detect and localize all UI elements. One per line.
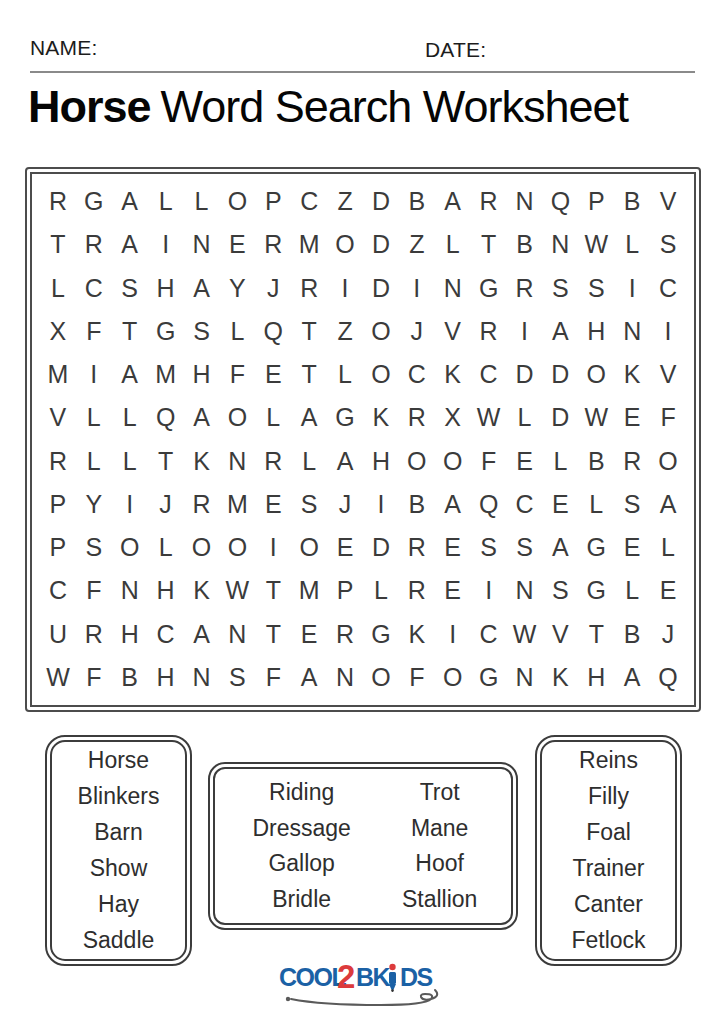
name-date-fill-line[interactable] — [30, 71, 695, 73]
grid-cell[interactable]: O — [219, 526, 255, 569]
grid-cell[interactable]: C — [471, 353, 507, 396]
grid-cell[interactable]: S — [507, 526, 543, 569]
grid-cell[interactable]: A — [112, 353, 148, 396]
grid-cell[interactable]: R — [291, 267, 327, 310]
grid-cell[interactable]: W — [40, 656, 76, 699]
grid-cell[interactable]: G — [148, 310, 184, 353]
grid-cell[interactable]: Y — [219, 267, 255, 310]
word-list-middle: RidingTrotDressageManeGallopHoofBridleSt… — [213, 767, 513, 925]
grid-cell[interactable]: A — [542, 310, 578, 353]
grid-cell[interactable]: Q — [650, 656, 686, 699]
grid-cell[interactable]: N — [507, 656, 543, 699]
grid-cell[interactable]: L — [112, 396, 148, 439]
grid-cell[interactable]: T — [40, 223, 76, 266]
grid-cell[interactable]: Q — [471, 483, 507, 526]
grid-cell[interactable]: V — [542, 613, 578, 656]
grid-cell[interactable]: L — [327, 353, 363, 396]
grid-cell[interactable]: O — [184, 526, 220, 569]
grid-cell[interactable]: P — [40, 483, 76, 526]
grid-cell[interactable]: O — [219, 180, 255, 223]
grid-cell[interactable]: B — [112, 656, 148, 699]
grid-cell[interactable]: O — [327, 223, 363, 266]
grid-cell[interactable]: S — [184, 310, 220, 353]
grid-cell[interactable]: E — [327, 526, 363, 569]
grid-cell[interactable]: L — [112, 440, 148, 483]
word-list-item: Barn — [94, 819, 143, 846]
grid-cell[interactable]: L — [614, 223, 650, 266]
grid-cell[interactable]: T — [291, 353, 327, 396]
grid-cell[interactable]: I — [363, 483, 399, 526]
grid-cell[interactable]: A — [650, 483, 686, 526]
grid-cell[interactable]: E — [255, 353, 291, 396]
grid-cell[interactable]: L — [650, 526, 686, 569]
grid-cell[interactable]: N — [219, 613, 255, 656]
grid-cell[interactable]: N — [614, 310, 650, 353]
grid-cell[interactable]: F — [76, 656, 112, 699]
grid-cell[interactable]: R — [255, 440, 291, 483]
word-list-item: Mane — [411, 815, 469, 842]
grid-cell[interactable]: T — [255, 569, 291, 612]
grid-cell[interactable]: I — [471, 569, 507, 612]
grid-cell[interactable]: E — [435, 569, 471, 612]
grid-cell[interactable]: J — [255, 267, 291, 310]
grid-cell[interactable]: C — [76, 267, 112, 310]
grid-cell[interactable]: B — [614, 613, 650, 656]
word-list-item: Gallop — [268, 850, 334, 877]
grid-cell[interactable]: B — [507, 223, 543, 266]
grid-cell[interactable]: L — [291, 440, 327, 483]
word-list-left-box: HorseBlinkersBarnShowHaySaddle — [45, 735, 192, 966]
word-list-item: Horse — [88, 747, 149, 774]
grid-cell[interactable]: O — [435, 440, 471, 483]
grid-cell[interactable]: A — [184, 267, 220, 310]
grid-cell[interactable]: H — [148, 569, 184, 612]
word-list-right: ReinsFillyFoalTrainerCanterFetlock — [540, 740, 677, 961]
word-list-left: HorseBlinkersBarnShowHaySaddle — [50, 740, 187, 961]
grid-cell[interactable]: F — [76, 569, 112, 612]
grid-cell[interactable]: W — [578, 396, 614, 439]
grid-cell[interactable]: R — [40, 180, 76, 223]
grid-cell[interactable]: S — [112, 267, 148, 310]
grid-cell[interactable]: W — [471, 396, 507, 439]
grid-cell[interactable]: S — [614, 483, 650, 526]
grid-cell[interactable]: A — [542, 526, 578, 569]
grid-cell[interactable]: Z — [327, 310, 363, 353]
grid-cell[interactable]: N — [184, 656, 220, 699]
grid-cell[interactable]: Z — [327, 180, 363, 223]
grid-cell[interactable]: I — [112, 483, 148, 526]
grid-cell[interactable]: R — [399, 526, 435, 569]
grid-cell[interactable]: F — [471, 440, 507, 483]
worksheet-page: NAME: DATE: HorseWord Search Worksheet R… — [0, 0, 724, 1024]
grid-cell[interactable]: K — [542, 656, 578, 699]
grid-cell[interactable]: D — [542, 396, 578, 439]
grid-cell[interactable]: S — [578, 267, 614, 310]
grid-cell[interactable]: N — [112, 569, 148, 612]
grid-cell[interactable]: G — [327, 396, 363, 439]
word-list-item: Fetlock — [571, 927, 645, 954]
grid-cell[interactable]: H — [112, 613, 148, 656]
grid-cell[interactable]: A — [112, 223, 148, 266]
cool2bkids-logo: COOL 2 BK DS — [277, 956, 447, 1016]
grid-cell[interactable]: T — [255, 613, 291, 656]
word-list-item: Stallion — [402, 886, 477, 913]
grid-cell[interactable]: R — [327, 613, 363, 656]
word-list-item: Bridle — [272, 886, 331, 913]
grid-cell[interactable]: W — [578, 223, 614, 266]
grid-cell[interactable]: G — [471, 267, 507, 310]
grid-cell[interactable]: B — [399, 483, 435, 526]
grid-cell[interactable]: R — [507, 267, 543, 310]
word-list-item: Dressage — [252, 815, 350, 842]
grid-cell[interactable]: H — [184, 353, 220, 396]
grid-cell[interactable]: O — [363, 353, 399, 396]
grid-cell[interactable]: R — [76, 613, 112, 656]
grid-cell[interactable]: E — [542, 483, 578, 526]
grid-cell[interactable]: L — [507, 396, 543, 439]
grid-cell[interactable]: M — [291, 223, 327, 266]
word-list-item: Hay — [98, 891, 139, 918]
grid-cell[interactable]: G — [578, 569, 614, 612]
grid-cell[interactable]: L — [148, 526, 184, 569]
word-list-item: Foal — [586, 819, 631, 846]
grid-cell[interactable]: S — [471, 526, 507, 569]
grid-cell[interactable]: A — [291, 656, 327, 699]
title-rest: Word Search Worksheet — [161, 81, 629, 132]
grid-cell[interactable]: C — [291, 180, 327, 223]
grid-cell[interactable]: K — [363, 396, 399, 439]
grid-cell[interactable]: N — [542, 223, 578, 266]
grid-cell[interactable]: T — [112, 310, 148, 353]
grid-cell[interactable]: A — [435, 483, 471, 526]
grid-cell[interactable]: R — [184, 483, 220, 526]
word-list-item: Canter — [574, 891, 643, 918]
grid-cell[interactable]: V — [650, 180, 686, 223]
grid-cell[interactable]: W — [507, 613, 543, 656]
word-list-item: Riding — [269, 779, 334, 806]
grid-cell[interactable]: D — [507, 353, 543, 396]
grid-cell[interactable]: P — [255, 180, 291, 223]
grid-cell[interactable]: S — [650, 223, 686, 266]
grid-cell[interactable]: R — [471, 310, 507, 353]
grid-cell[interactable]: O — [363, 310, 399, 353]
grid-cell[interactable]: G — [578, 526, 614, 569]
grid-cell[interactable]: A — [327, 440, 363, 483]
grid-cell[interactable]: L — [578, 483, 614, 526]
grid-cell[interactable]: U — [40, 613, 76, 656]
grid-cell[interactable]: O — [399, 440, 435, 483]
grid-cell[interactable]: I — [255, 526, 291, 569]
grid-cell[interactable]: N — [327, 656, 363, 699]
grid-cell[interactable]: O — [219, 396, 255, 439]
grid-cell[interactable]: S — [542, 267, 578, 310]
grid-cell[interactable]: L — [255, 396, 291, 439]
grid-cell[interactable]: K — [399, 613, 435, 656]
grid-cell[interactable]: O — [650, 440, 686, 483]
grid-cell[interactable]: N — [507, 180, 543, 223]
grid-cell[interactable]: K — [435, 353, 471, 396]
grid-cell[interactable]: I — [76, 353, 112, 396]
grid-cell[interactable]: Q — [255, 310, 291, 353]
grid-cell[interactable]: F — [219, 353, 255, 396]
grid-cell[interactable]: R — [399, 569, 435, 612]
grid-cell[interactable]: L — [435, 223, 471, 266]
grid-cell[interactable]: G — [471, 656, 507, 699]
word-list-item: Filly — [588, 783, 629, 810]
grid-cell[interactable]: R — [255, 223, 291, 266]
grid-cell[interactable]: B — [399, 180, 435, 223]
grid-cell[interactable]: K — [184, 440, 220, 483]
word-list-item: Saddle — [83, 927, 155, 954]
grid-cell[interactable]: T — [291, 310, 327, 353]
grid-cell[interactable]: L — [148, 180, 184, 223]
pencil-i-icon — [389, 964, 396, 992]
grid-cell[interactable]: E — [255, 483, 291, 526]
word-list-item: Hoof — [415, 850, 464, 877]
grid-cell[interactable]: C — [40, 569, 76, 612]
grid-cell[interactable]: R — [399, 396, 435, 439]
grid-cell[interactable]: O — [291, 526, 327, 569]
grid-cell[interactable]: H — [148, 656, 184, 699]
grid-cell[interactable]: F — [399, 656, 435, 699]
grid-cell[interactable]: J — [327, 483, 363, 526]
logo-swoosh — [286, 990, 437, 1005]
grid-cell[interactable]: D — [363, 223, 399, 266]
grid-cell[interactable]: J — [650, 613, 686, 656]
grid-cell[interactable]: T — [148, 440, 184, 483]
grid-cell[interactable]: T — [578, 613, 614, 656]
grid-cell[interactable]: N — [219, 440, 255, 483]
grid-cell[interactable]: C — [650, 267, 686, 310]
grid-cell[interactable]: D — [363, 180, 399, 223]
grid-cell[interactable]: A — [614, 656, 650, 699]
grid-cell[interactable]: S — [291, 483, 327, 526]
grid-cell[interactable]: Q — [148, 396, 184, 439]
grid-cell[interactable]: M — [148, 353, 184, 396]
grid-cell[interactable]: F — [650, 396, 686, 439]
grid-cell[interactable]: P — [578, 180, 614, 223]
grid-cell[interactable]: L — [76, 440, 112, 483]
grid-cell[interactable]: I — [650, 310, 686, 353]
grid-cell[interactable]: X — [40, 310, 76, 353]
grid-cell[interactable]: E — [614, 396, 650, 439]
grid-cell[interactable]: S — [76, 526, 112, 569]
grid-cell[interactable]: H — [578, 656, 614, 699]
grid-cell[interactable]: T — [471, 223, 507, 266]
grid-cell[interactable]: E — [614, 526, 650, 569]
grid-cell[interactable]: A — [184, 613, 220, 656]
grid-cell[interactable]: Y — [76, 483, 112, 526]
grid-cell[interactable]: D — [363, 267, 399, 310]
grid-cell[interactable]: N — [184, 223, 220, 266]
grid-cell[interactable]: E — [291, 613, 327, 656]
word-list-item: Trot — [420, 779, 460, 806]
grid-cell[interactable]: C — [471, 613, 507, 656]
grid-cell[interactable]: I — [327, 267, 363, 310]
word-list-middle-box: RidingTrotDressageManeGallopHoofBridleSt… — [208, 762, 518, 930]
grid-cell[interactable]: L — [219, 310, 255, 353]
grid-cell[interactable]: I — [148, 223, 184, 266]
grid-cell[interactable]: S — [219, 656, 255, 699]
grid-cell[interactable]: R — [471, 180, 507, 223]
grid-cell[interactable]: E — [507, 440, 543, 483]
grid-cell[interactable]: L — [76, 396, 112, 439]
logo-text-ds: DS — [400, 963, 433, 991]
wordsearch-board: RGALLOPCZDBARNQPBVTRAINERMODZLTBNWLSLCSH… — [25, 167, 701, 712]
grid-cell[interactable]: I — [507, 310, 543, 353]
grid-cell[interactable]: M — [40, 353, 76, 396]
grid-cell[interactable]: G — [363, 613, 399, 656]
grid-cell[interactable]: M — [291, 569, 327, 612]
grid-cell[interactable]: W — [219, 569, 255, 612]
grid-cell[interactable]: O — [112, 526, 148, 569]
grid-cell[interactable]: F — [255, 656, 291, 699]
title-topic: Horse — [28, 81, 151, 132]
letter-grid: RGALLOPCZDBARNQPBVTRAINERMODZLTBNWLSLCSH… — [30, 172, 696, 707]
grid-cell[interactable]: I — [399, 267, 435, 310]
grid-cell[interactable]: Q — [542, 180, 578, 223]
grid-cell[interactable]: V — [435, 310, 471, 353]
grid-cell[interactable]: A — [112, 180, 148, 223]
word-list-item: Blinkers — [78, 783, 160, 810]
grid-cell[interactable]: H — [363, 440, 399, 483]
grid-cell[interactable]: Z — [399, 223, 435, 266]
grid-cell[interactable]: V — [650, 353, 686, 396]
grid-cell[interactable]: J — [399, 310, 435, 353]
grid-cell[interactable]: L — [614, 569, 650, 612]
grid-cell[interactable]: S — [542, 569, 578, 612]
grid-cell[interactable]: L — [40, 267, 76, 310]
grid-cell[interactable]: R — [76, 223, 112, 266]
word-list-item: Show — [90, 855, 148, 882]
grid-cell[interactable]: H — [578, 310, 614, 353]
grid-cell[interactable]: A — [435, 180, 471, 223]
grid-cell[interactable]: L — [184, 180, 220, 223]
grid-cell[interactable]: R — [614, 440, 650, 483]
page-title: HorseWord Search Worksheet — [28, 80, 704, 134]
grid-cell[interactable]: C — [399, 353, 435, 396]
grid-cell[interactable]: C — [507, 483, 543, 526]
grid-cell[interactable]: K — [614, 353, 650, 396]
grid-cell[interactable]: E — [435, 526, 471, 569]
cool2bkids-logo-graphic: COOL 2 BK DS — [277, 956, 447, 1012]
grid-cell[interactable]: D — [363, 526, 399, 569]
logo-text-bk: BK — [356, 963, 391, 991]
grid-cell[interactable]: P — [40, 526, 76, 569]
name-label: NAME: — [30, 36, 98, 60]
grid-cell[interactable]: R — [40, 440, 76, 483]
grid-cell[interactable]: P — [327, 569, 363, 612]
grid-cell[interactable]: D — [542, 353, 578, 396]
word-list-right-box: ReinsFillyFoalTrainerCanterFetlock — [535, 735, 682, 966]
grid-cell[interactable]: V — [40, 396, 76, 439]
grid-cell[interactable]: N — [435, 267, 471, 310]
grid-cell[interactable]: B — [614, 180, 650, 223]
grid-cell[interactable]: C — [148, 613, 184, 656]
grid-cell[interactable]: O — [435, 656, 471, 699]
grid-cell[interactable]: M — [219, 483, 255, 526]
grid-cell[interactable]: O — [363, 656, 399, 699]
grid-cell[interactable]: H — [148, 267, 184, 310]
grid-cell[interactable]: L — [542, 440, 578, 483]
word-list-item: Trainer — [573, 855, 645, 882]
grid-cell[interactable]: A — [291, 396, 327, 439]
grid-cell[interactable]: K — [184, 569, 220, 612]
grid-cell[interactable]: I — [614, 267, 650, 310]
word-list-item: Reins — [579, 747, 638, 774]
grid-cell[interactable]: J — [148, 483, 184, 526]
grid-cell[interactable]: A — [184, 396, 220, 439]
grid-cell[interactable]: N — [507, 569, 543, 612]
grid-cell[interactable]: X — [435, 396, 471, 439]
logo-text-2: 2 — [337, 958, 355, 995]
grid-cell[interactable]: E — [650, 569, 686, 612]
grid-cell[interactable]: F — [76, 310, 112, 353]
grid-cell[interactable]: B — [578, 440, 614, 483]
grid-cell[interactable]: I — [435, 613, 471, 656]
date-label: DATE: — [425, 38, 486, 62]
grid-cell[interactable]: G — [76, 180, 112, 223]
grid-cell[interactable]: E — [219, 223, 255, 266]
grid-cell[interactable]: O — [578, 353, 614, 396]
grid-cell[interactable]: L — [363, 569, 399, 612]
